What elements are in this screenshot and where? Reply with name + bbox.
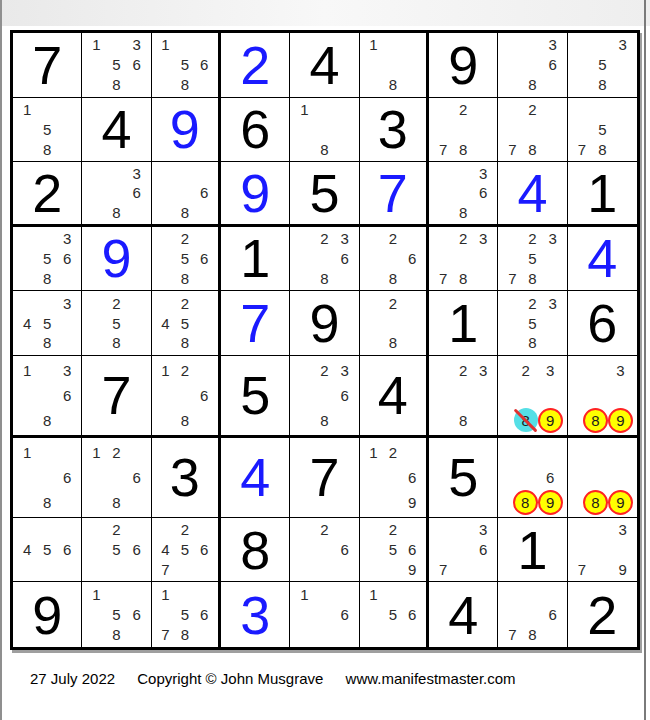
empty-candidate-slot <box>195 358 214 383</box>
empty-candidate-slot <box>57 408 77 433</box>
empty-candidate-slot <box>403 229 422 249</box>
candidate-6: 6 <box>127 183 147 202</box>
cell-r2c6[interactable]: 3 <box>360 98 429 163</box>
candidate-8: 8 <box>175 268 194 288</box>
solved-digit: 9 <box>170 102 200 156</box>
candidate-2: 2 <box>175 229 194 249</box>
cell-r8c5[interactable]: 26 <box>290 518 359 583</box>
candidate-2: 2 <box>522 100 542 120</box>
empty-candidate-slot <box>156 520 175 540</box>
candidates: 368 <box>82 162 150 224</box>
cell-r7c4[interactable]: 4 <box>221 438 290 518</box>
cell-r1c4[interactable]: 2 <box>221 33 290 98</box>
candidates: 358 <box>568 33 637 97</box>
empty-candidate-slot <box>364 333 383 353</box>
empty-candidate-slot <box>364 490 383 515</box>
candidates: 689 <box>498 438 566 517</box>
cell-r4c1[interactable]: 3568 <box>13 227 82 292</box>
cell-r8c6[interactable]: 2569 <box>360 518 429 583</box>
solved-digit: 9 <box>101 231 131 285</box>
empty-candidate-slot <box>514 383 538 408</box>
cell-r1c7[interactable]: 9 <box>429 33 498 98</box>
cell-r4c2[interactable]: 9 <box>82 227 151 292</box>
empty-candidate-slot <box>543 268 563 288</box>
empty-candidate-slot <box>613 55 633 75</box>
empty-candidate-slot <box>383 249 402 269</box>
empty-candidate-slot <box>86 465 106 490</box>
empty-candidate-slot <box>57 139 77 159</box>
candidate-1: 1 <box>17 100 37 120</box>
candidate-5: 5 <box>106 605 126 625</box>
empty-candidate-slot <box>543 100 563 120</box>
candidate-6: 6 <box>195 55 214 75</box>
candidate-9: 9 <box>538 408 563 433</box>
candidate-1: 1 <box>364 440 383 465</box>
candidate-2: 2 <box>314 229 334 249</box>
candidates: 456 <box>13 518 81 582</box>
cell-r4c9[interactable]: 4 <box>568 227 637 292</box>
footer-url[interactable]: www.manifestmaster.com <box>346 670 516 687</box>
cell-r7c1[interactable]: 168 <box>13 438 82 518</box>
empty-candidate-slot <box>583 383 608 408</box>
cell-r1c9[interactable]: 358 <box>568 33 637 98</box>
empty-candidate-slot <box>502 490 512 515</box>
cell-r1c6[interactable]: 18 <box>360 33 429 98</box>
candidate-8: 8 <box>106 625 126 645</box>
empty-candidate-slot <box>335 520 355 540</box>
candidate-1: 1 <box>156 35 175 55</box>
empty-candidate-slot <box>57 119 77 139</box>
cell-r9c5[interactable]: 16 <box>290 582 359 647</box>
given-digit: 4 <box>309 38 339 92</box>
cell-r8c3[interactable]: 24567 <box>152 518 221 583</box>
candidate-5: 5 <box>106 540 126 560</box>
empty-candidate-slot <box>195 520 214 540</box>
cell-r8c4[interactable]: 8 <box>221 518 290 583</box>
candidate-2: 2 <box>314 520 334 540</box>
cell-r6c6[interactable]: 4 <box>360 356 429 438</box>
empty-candidate-slot <box>156 383 175 408</box>
candidates: 18 <box>290 98 358 162</box>
cell-r1c2[interactable]: 13568 <box>82 33 151 98</box>
candidate-8: 8 <box>522 333 542 353</box>
cell-r2c1[interactable]: 158 <box>13 98 82 163</box>
empty-candidate-slot <box>473 268 493 288</box>
candidate-6: 6 <box>403 540 422 560</box>
solved-digit: 4 <box>240 450 270 504</box>
empty-candidate-slot <box>383 560 402 580</box>
candidate-4: 4 <box>17 540 37 560</box>
candidate-6: 6 <box>127 55 147 75</box>
empty-candidate-slot <box>175 383 194 408</box>
candidate-8: 8 <box>383 75 402 95</box>
cell-r8c9[interactable]: 379 <box>568 518 637 583</box>
candidates: 23578 <box>498 227 566 291</box>
empty-candidate-slot <box>383 490 402 515</box>
empty-candidate-slot <box>403 313 422 333</box>
candidate-8: 8 <box>592 139 612 159</box>
given-digit: 6 <box>587 296 617 350</box>
empty-candidate-slot <box>86 520 106 540</box>
candidate-9: 9 <box>613 560 633 580</box>
empty-candidate-slot <box>433 383 453 408</box>
cell-r3c9[interactable]: 1 <box>568 162 637 227</box>
empty-candidate-slot <box>17 139 37 159</box>
empty-candidate-slot <box>57 490 77 515</box>
empty-candidate-slot <box>127 560 147 580</box>
window-left-edge <box>0 0 2 720</box>
candidate-6: 6 <box>473 540 493 560</box>
candidates: 26 <box>290 518 358 582</box>
candidate-6: 6 <box>335 605 355 625</box>
candidate-3: 3 <box>543 35 563 55</box>
empty-candidate-slot <box>335 584 355 604</box>
cell-r9c1[interactable]: 9 <box>13 582 82 647</box>
empty-candidate-slot <box>127 440 147 465</box>
empty-candidate-slot <box>86 75 106 95</box>
cell-r7c2[interactable]: 1268 <box>82 438 151 518</box>
empty-candidate-slot <box>403 440 422 465</box>
empty-candidate-slot <box>57 333 77 353</box>
candidate-5: 5 <box>522 313 542 333</box>
candidate-7: 7 <box>433 560 453 580</box>
cell-r2c5[interactable]: 18 <box>290 98 359 163</box>
candidate-8: 8 <box>37 139 57 159</box>
empty-candidate-slot <box>383 625 402 645</box>
candidate-8: 8 <box>383 268 402 288</box>
empty-candidate-slot <box>106 35 126 55</box>
candidate-8: 8 <box>522 75 542 95</box>
given-digit: 5 <box>448 450 478 504</box>
candidate-6: 6 <box>473 183 493 202</box>
cell-r1c1[interactable]: 7 <box>13 33 82 98</box>
candidate-9: 9 <box>608 408 633 433</box>
cell-r7c8[interactable]: 689 <box>498 438 567 518</box>
cell-r5c6[interactable]: 28 <box>360 291 429 356</box>
cell-r7c3[interactable]: 3 <box>152 438 221 518</box>
cell-r9c3[interactable]: 15678 <box>152 582 221 647</box>
cell-r3c1[interactable]: 2 <box>13 162 82 227</box>
empty-candidate-slot <box>57 100 77 120</box>
empty-candidate-slot <box>127 625 147 645</box>
empty-candidate-slot <box>433 229 453 249</box>
cell-r1c8[interactable]: 368 <box>498 33 567 98</box>
candidate-5: 5 <box>106 55 126 75</box>
cell-r4c5[interactable]: 2368 <box>290 227 359 292</box>
candidate-8: 8 <box>522 625 542 645</box>
empty-candidate-slot <box>17 383 37 408</box>
cell-r9c7[interactable]: 4 <box>429 582 498 647</box>
empty-candidate-slot <box>592 35 612 55</box>
candidates: 2389 <box>498 356 566 435</box>
footer: 27 July 2022 Copyright © John Musgrave w… <box>0 670 650 687</box>
candidate-6: 6 <box>543 605 563 625</box>
empty-candidate-slot <box>195 560 214 580</box>
cell-r3c4[interactable]: 9 <box>221 162 290 227</box>
cell-r3c6[interactable]: 7 <box>360 162 429 227</box>
candidate-1: 1 <box>17 358 37 383</box>
empty-candidate-slot <box>314 540 334 560</box>
cell-r7c5[interactable]: 7 <box>290 438 359 518</box>
cell-r5c8[interactable]: 2358 <box>498 291 567 356</box>
empty-candidate-slot <box>592 520 612 540</box>
candidate-6: 6 <box>335 383 355 408</box>
candidates: 278 <box>498 98 566 162</box>
cell-r8c7[interactable]: 367 <box>429 518 498 583</box>
empty-candidate-slot <box>17 119 37 139</box>
empty-candidate-slot <box>572 490 583 515</box>
empty-candidate-slot <box>57 560 77 580</box>
cell-r6c4[interactable]: 5 <box>221 356 290 438</box>
empty-candidate-slot <box>37 100 57 120</box>
candidate-6: 6 <box>195 249 214 269</box>
empty-candidate-slot <box>106 465 126 490</box>
empty-candidate-slot <box>175 183 194 202</box>
empty-candidate-slot <box>314 605 334 625</box>
candidate-8: 8 <box>514 408 538 433</box>
highlighted-candidate-circle: 9 <box>538 490 563 515</box>
empty-candidate-slot <box>502 293 522 313</box>
cell-r6c1[interactable]: 1368 <box>13 356 82 438</box>
candidates: 367 <box>429 518 497 582</box>
empty-candidate-slot <box>433 164 453 183</box>
candidate-2: 2 <box>522 293 542 313</box>
cell-r6c2[interactable]: 7 <box>82 356 151 438</box>
given-digit: 4 <box>448 588 478 642</box>
empty-candidate-slot <box>17 490 37 515</box>
empty-candidate-slot <box>543 139 563 159</box>
empty-candidate-slot <box>383 465 402 490</box>
cell-r2c4[interactable]: 6 <box>221 98 290 163</box>
candidates: 368 <box>429 162 497 224</box>
candidate-8: 8 <box>175 408 194 433</box>
empty-candidate-slot <box>17 465 37 490</box>
candidate-7: 7 <box>502 625 522 645</box>
candidates: 389 <box>568 356 637 435</box>
cell-r4c7[interactable]: 2378 <box>429 227 498 292</box>
cell-r2c3[interactable]: 9 <box>152 98 221 163</box>
candidates: 2358 <box>498 291 566 355</box>
empty-candidate-slot <box>86 293 106 313</box>
cell-r5c3[interactable]: 2458 <box>152 291 221 356</box>
cell-r4c4[interactable]: 1 <box>221 227 290 292</box>
solved-digit: 7 <box>240 296 270 350</box>
cell-r2c2[interactable]: 4 <box>82 98 151 163</box>
candidate-6: 6 <box>127 540 147 560</box>
candidate-4: 4 <box>156 540 175 560</box>
candidate-5: 5 <box>175 313 194 333</box>
cell-r5c1[interactable]: 3458 <box>13 291 82 356</box>
given-digit: 8 <box>240 523 270 577</box>
candidate-8: 8 <box>314 408 334 433</box>
cell-r3c8[interactable]: 4 <box>498 162 567 227</box>
candidate-8: 8 <box>453 408 473 433</box>
empty-candidate-slot <box>473 139 493 159</box>
empty-candidate-slot <box>335 119 355 139</box>
empty-candidate-slot <box>572 520 592 540</box>
cell-r2c7[interactable]: 278 <box>429 98 498 163</box>
candidate-3: 3 <box>613 35 633 55</box>
candidate-8: 8 <box>175 203 194 222</box>
cell-r9c9[interactable]: 2 <box>568 582 637 647</box>
empty-candidate-slot <box>453 183 473 202</box>
empty-candidate-slot <box>195 313 214 333</box>
cell-r1c3[interactable]: 1568 <box>152 33 221 98</box>
cell-r3c7[interactable]: 368 <box>429 162 498 227</box>
empty-candidate-slot <box>127 313 147 333</box>
cell-r4c6[interactable]: 268 <box>360 227 429 292</box>
empty-candidate-slot <box>522 584 542 604</box>
candidate-6: 6 <box>195 183 214 202</box>
candidates: 678 <box>498 582 566 647</box>
cell-r3c5[interactable]: 5 <box>290 162 359 227</box>
candidate-8: 8 <box>513 490 538 515</box>
solved-digit: 4 <box>587 231 617 285</box>
empty-candidate-slot <box>543 313 563 333</box>
candidate-6: 6 <box>57 383 77 408</box>
cell-r3c3[interactable]: 68 <box>152 162 221 227</box>
empty-candidate-slot <box>156 164 175 183</box>
candidates: 238 <box>429 356 497 435</box>
cell-r9c8[interactable]: 678 <box>498 582 567 647</box>
empty-candidate-slot <box>364 313 383 333</box>
empty-candidate-slot <box>106 183 126 202</box>
empty-candidate-slot <box>195 408 214 433</box>
cell-r2c8[interactable]: 278 <box>498 98 567 163</box>
empty-candidate-slot <box>364 605 383 625</box>
empty-candidate-slot <box>86 333 106 353</box>
empty-candidate-slot <box>106 584 126 604</box>
candidates: 3568 <box>13 227 81 291</box>
cell-r6c3[interactable]: 1268 <box>152 356 221 438</box>
candidate-3: 3 <box>473 520 493 540</box>
candidate-5: 5 <box>37 249 57 269</box>
empty-candidate-slot <box>335 100 355 120</box>
cell-r9c6[interactable]: 156 <box>360 582 429 647</box>
cell-r8c8[interactable]: 1 <box>498 518 567 583</box>
candidates: 156 <box>360 582 426 647</box>
empty-candidate-slot <box>294 268 314 288</box>
empty-candidate-slot <box>453 560 473 580</box>
empty-candidate-slot <box>383 313 402 333</box>
empty-candidate-slot <box>433 100 453 120</box>
candidate-2: 2 <box>453 100 473 120</box>
candidate-8: 8 <box>383 333 402 353</box>
empty-candidate-slot <box>403 268 422 288</box>
empty-candidate-slot <box>195 293 214 313</box>
candidate-4: 4 <box>156 313 175 333</box>
given-digit: 3 <box>170 450 200 504</box>
empty-candidate-slot <box>473 383 493 408</box>
candidates: 1368 <box>13 356 81 435</box>
cell-r5c2[interactable]: 258 <box>82 291 151 356</box>
candidate-8: 8 <box>314 139 334 159</box>
cell-r8c1[interactable]: 456 <box>13 518 82 583</box>
candidates: 2458 <box>152 291 218 355</box>
candidate-6: 6 <box>403 465 422 490</box>
empty-candidate-slot <box>17 249 37 269</box>
cell-r1c5[interactable]: 4 <box>290 33 359 98</box>
empty-candidate-slot <box>156 203 175 222</box>
cell-r4c8[interactable]: 23578 <box>498 227 567 292</box>
empty-candidate-slot <box>17 333 37 353</box>
empty-candidate-slot <box>608 383 633 408</box>
empty-candidate-slot <box>364 75 383 95</box>
cell-r6c8[interactable]: 2389 <box>498 356 567 438</box>
cell-r5c7[interactable]: 1 <box>429 291 498 356</box>
candidate-2: 2 <box>453 229 473 249</box>
candidate-6: 6 <box>195 383 214 408</box>
candidate-8: 8 <box>453 139 473 159</box>
empty-candidate-slot <box>433 203 453 222</box>
empty-candidate-slot <box>433 408 453 433</box>
candidate-2: 2 <box>175 358 194 383</box>
empty-candidate-slot <box>314 100 334 120</box>
empty-candidate-slot <box>502 584 522 604</box>
cell-r7c9[interactable]: 89 <box>568 438 637 518</box>
cell-r9c2[interactable]: 1568 <box>82 582 151 647</box>
empty-candidate-slot <box>37 520 57 540</box>
empty-candidate-slot <box>86 203 106 222</box>
cell-r2c9[interactable]: 578 <box>568 98 637 163</box>
empty-candidate-slot <box>364 229 383 249</box>
candidate-5: 5 <box>592 55 612 75</box>
cell-r6c5[interactable]: 2368 <box>290 356 359 438</box>
cell-r4c3[interactable]: 2568 <box>152 227 221 292</box>
candidate-2: 2 <box>175 520 194 540</box>
empty-candidate-slot <box>294 358 314 383</box>
cell-r5c9[interactable]: 6 <box>568 291 637 356</box>
highlighted-candidate-circle: 8 <box>583 490 608 515</box>
empty-candidate-slot <box>294 139 314 159</box>
highlighted-candidate-circle: 9 <box>608 408 633 433</box>
empty-candidate-slot <box>335 560 355 580</box>
empty-candidate-slot <box>17 560 37 580</box>
empty-candidate-slot <box>106 164 126 183</box>
highlighted-candidate-circle: 9 <box>608 490 633 515</box>
empty-candidate-slot <box>513 440 538 465</box>
empty-candidate-slot <box>473 408 493 433</box>
cell-r7c7[interactable]: 5 <box>429 438 498 518</box>
candidate-6: 6 <box>57 465 77 490</box>
empty-candidate-slot <box>314 560 334 580</box>
empty-candidate-slot <box>175 164 194 183</box>
cell-r7c6[interactable]: 1269 <box>360 438 429 518</box>
cell-r5c5[interactable]: 9 <box>290 291 359 356</box>
candidate-8: 8 <box>106 333 126 353</box>
cell-r8c2[interactable]: 256 <box>82 518 151 583</box>
empty-candidate-slot <box>86 490 106 515</box>
candidate-6: 6 <box>538 465 563 490</box>
cell-r5c4[interactable]: 7 <box>221 291 290 356</box>
cell-r9c4[interactable]: 3 <box>221 582 290 647</box>
candidate-8: 8 <box>106 203 126 222</box>
empty-candidate-slot <box>543 75 563 95</box>
candidates: 2368 <box>290 227 358 291</box>
candidate-8: 8 <box>106 490 126 515</box>
empty-candidate-slot <box>364 540 383 560</box>
given-digit: 1 <box>517 523 547 577</box>
cell-r3c2[interactable]: 368 <box>82 162 151 227</box>
cell-r6c9[interactable]: 389 <box>568 356 637 438</box>
candidate-2: 2 <box>383 440 402 465</box>
empty-candidate-slot <box>364 625 383 645</box>
cell-r6c7[interactable]: 238 <box>429 356 498 438</box>
candidates: 18 <box>360 33 426 97</box>
candidates: 578 <box>568 98 637 162</box>
empty-candidate-slot <box>583 358 608 383</box>
empty-candidate-slot <box>364 560 383 580</box>
